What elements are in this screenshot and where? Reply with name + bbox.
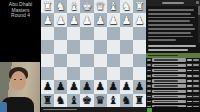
row-name-plate [152, 95, 186, 98]
black-pawn: ♟ [135, 81, 145, 92]
row-name-plate [152, 58, 186, 61]
white-pawn: ♟ [108, 15, 118, 26]
stream-frame: Abu Dhabi Masters Round 4 ♜♞♝♚♛♝♞♜♟♟♟♟♟♟… [0, 0, 200, 112]
square-e3 [80, 27, 93, 40]
white-pawn: ♟ [82, 15, 92, 26]
row-name-plate [152, 90, 186, 93]
row-value-1 [187, 59, 192, 61]
white-pawn: ♟ [56, 15, 66, 26]
row-value-1 [187, 80, 192, 82]
panel-scrollbar[interactable] [198, 6, 200, 43]
row-value-2 [193, 90, 199, 92]
round-label: Round 4 [0, 13, 41, 19]
chat-line [148, 28, 195, 30]
white-pawn: ♟ [43, 15, 53, 26]
square-e2: ♟ [80, 13, 93, 26]
chat-line [148, 36, 193, 38]
square-c2: ♟ [107, 13, 120, 26]
square-h7: ♟ [41, 80, 54, 93]
black-pawn: ♟ [95, 81, 105, 92]
chat-text-block [146, 6, 200, 43]
white-pawn: ♟ [121, 15, 131, 26]
square-d3 [94, 27, 107, 40]
square-h1: ♜ [41, 0, 54, 13]
square-d7: ♟ [94, 80, 107, 93]
square-e5 [80, 54, 93, 67]
square-e4 [80, 40, 93, 53]
square-g8: ♞ [54, 94, 67, 107]
highlight-line [148, 49, 188, 51]
row-number [147, 90, 151, 92]
square-e1: ♚ [80, 0, 93, 13]
black-knight: ♞ [121, 95, 131, 106]
panel-header-title [162, 2, 184, 4]
white-queen: ♛ [95, 1, 105, 12]
square-g2: ♟ [54, 13, 67, 26]
square-c7: ♟ [107, 80, 120, 93]
square-c8: ♝ [107, 94, 120, 107]
gear-icon[interactable] [196, 1, 199, 4]
black-pawn: ♟ [121, 81, 131, 92]
highlight-text-block [146, 45, 200, 53]
square-b1: ♞ [120, 0, 133, 13]
square-b8: ♞ [120, 94, 133, 107]
black-rook: ♜ [135, 95, 145, 106]
square-b4 [120, 40, 133, 53]
row-number [147, 64, 151, 66]
games-list-header-text [148, 55, 178, 57]
webcam-video [0, 62, 40, 112]
square-d5 [94, 54, 107, 67]
row-value-1 [187, 85, 192, 87]
chat-line [148, 32, 191, 34]
webcam-face [11, 71, 26, 90]
white-knight: ♞ [121, 1, 131, 12]
square-f2: ♟ [67, 13, 80, 26]
square-a8: ♜ [133, 94, 146, 107]
square-a6 [133, 67, 146, 80]
square-d6 [94, 67, 107, 80]
row-number [147, 85, 151, 87]
square-g5 [54, 54, 67, 67]
square-b2: ♟ [120, 13, 133, 26]
row-value-1 [187, 70, 192, 72]
square-a5 [133, 54, 146, 67]
row-name-plate [152, 64, 186, 67]
square-e6 [80, 67, 93, 80]
square-d8: ♛ [94, 94, 107, 107]
row-value-2 [193, 80, 199, 82]
row-number [147, 80, 151, 82]
row-number [147, 75, 151, 77]
row-name-plate [152, 100, 186, 103]
square-e8: ♚ [80, 94, 93, 107]
black-pawn: ♟ [56, 81, 66, 92]
event-title-block: Abu Dhabi Masters Round 4 [0, 2, 41, 19]
black-queen: ♛ [95, 95, 105, 106]
webcam-eye [20, 79, 22, 80]
left-column: Abu Dhabi Masters Round 4 [0, 0, 41, 112]
square-h8: ♜ [41, 94, 54, 107]
black-bishop: ♝ [108, 95, 118, 106]
black-knight: ♞ [56, 95, 66, 106]
black-pawn: ♟ [108, 81, 118, 92]
chat-line [148, 24, 193, 26]
row-number [147, 70, 151, 72]
square-f5 [67, 54, 80, 67]
square-h6 [41, 67, 54, 80]
row-name-plate [152, 84, 186, 87]
square-f4 [67, 40, 80, 53]
square-f1: ♝ [67, 0, 80, 13]
square-c4 [107, 40, 120, 53]
row-value-1 [187, 64, 192, 66]
row-value-1 [187, 75, 192, 77]
chat-line [148, 20, 190, 22]
square-g1: ♞ [54, 0, 67, 13]
black-pawn: ♟ [82, 81, 92, 92]
square-d1: ♛ [94, 0, 107, 13]
square-g4 [54, 40, 67, 53]
highlight-line [148, 45, 196, 47]
square-c6 [107, 67, 120, 80]
square-h2: ♟ [41, 13, 54, 26]
square-h4 [41, 40, 54, 53]
square-g7: ♟ [54, 80, 67, 93]
white-king: ♚ [82, 1, 92, 12]
square-a3 [133, 27, 146, 40]
square-c1: ♝ [107, 0, 120, 13]
row-value-1 [187, 96, 192, 98]
row-number [147, 96, 151, 98]
chess-board: ♜♞♝♚♛♝♞♜♟♟♟♟♟♟♟♟♟♟♟♟♟♟♟♟♜♞♝♚♛♝♞♜ [41, 0, 146, 107]
square-d2: ♟ [94, 13, 107, 26]
square-b7: ♟ [120, 80, 133, 93]
white-bishop: ♝ [69, 1, 79, 12]
row-value-1 [187, 101, 192, 103]
square-f6 [67, 67, 80, 80]
row-value-2 [193, 70, 199, 72]
board-caption-bar [41, 107, 146, 112]
board-caption-text [43, 109, 77, 111]
white-rook: ♜ [43, 1, 53, 12]
chat-line [148, 17, 195, 19]
green-status-icon[interactable] [147, 108, 152, 112]
games-table [146, 58, 200, 110]
row-name-plate [152, 69, 186, 72]
row-name-plate [152, 79, 186, 82]
row-value-2 [193, 59, 199, 61]
row-number [147, 59, 151, 61]
white-bishop: ♝ [108, 1, 118, 12]
webcam-blue-object [0, 102, 7, 112]
webcam-eye [14, 79, 16, 80]
square-h5 [41, 54, 54, 67]
square-h3 [41, 27, 54, 40]
black-pawn: ♟ [69, 81, 79, 92]
row-value-2 [193, 64, 199, 66]
black-bishop: ♝ [69, 95, 79, 106]
scrollbar-thumb[interactable] [198, 6, 200, 15]
square-b6 [120, 67, 133, 80]
square-a2: ♟ [133, 13, 146, 26]
black-rook: ♜ [43, 95, 53, 106]
row-value-2 [193, 101, 199, 103]
square-g6 [54, 67, 67, 80]
row-number [147, 101, 151, 103]
row-name-plate [152, 74, 186, 77]
row-value-1 [187, 90, 192, 92]
white-knight: ♞ [56, 1, 66, 12]
black-king: ♚ [82, 95, 92, 106]
chat-line [148, 39, 176, 41]
square-d4 [94, 40, 107, 53]
white-pawn: ♟ [135, 15, 145, 26]
square-a7: ♟ [133, 80, 146, 93]
square-f8: ♝ [67, 94, 80, 107]
row-value-2 [193, 75, 199, 77]
square-f7: ♟ [67, 80, 80, 93]
white-pawn: ♟ [69, 15, 79, 26]
square-a4 [133, 40, 146, 53]
white-rook: ♜ [135, 1, 145, 12]
square-g3 [54, 27, 67, 40]
square-b3 [120, 27, 133, 40]
square-b5 [120, 54, 133, 67]
square-a1: ♜ [133, 0, 146, 13]
right-panel [146, 0, 200, 112]
square-f3 [67, 27, 80, 40]
panel-footer [146, 107, 200, 112]
white-pawn: ♟ [95, 15, 105, 26]
chat-line [148, 9, 194, 11]
row-value-2 [193, 96, 199, 98]
chat-line [148, 13, 191, 15]
square-c3 [107, 27, 120, 40]
black-pawn: ♟ [43, 81, 53, 92]
square-e7: ♟ [80, 80, 93, 93]
square-c5 [107, 54, 120, 67]
row-value-2 [193, 85, 199, 87]
